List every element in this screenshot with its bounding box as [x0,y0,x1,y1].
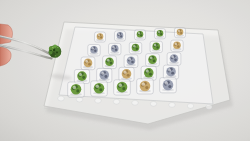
specimen-clump [148,55,157,64]
specimen-clump [132,44,140,52]
well-r4c4 [141,66,156,80]
specimen-clump [127,56,136,65]
specimen-clump [94,83,105,94]
specimen-clump [122,69,132,79]
specimen-clump [152,43,160,51]
well-r1c4 [155,29,166,39]
well-r5c4 [137,79,154,94]
rib-bump [113,99,119,104]
specimen-clump [117,32,124,39]
well-r4c1 [74,70,89,84]
specimen-clump [99,70,109,80]
well-r3c2 [103,56,117,69]
specimen-clump [144,68,154,78]
specimen-clump [84,59,93,68]
well-r4c3 [119,67,134,81]
well-r1c3 [135,30,146,40]
rib-bump [76,97,82,102]
specimen-clump [90,46,98,54]
specimen-clump [140,81,151,92]
finger-tip [0,24,12,44]
well-r2c2 [109,43,121,54]
rib-bump [206,105,212,110]
rib-bump [132,100,138,105]
rib-bump [169,102,175,107]
well-r4c5 [163,65,178,79]
well-r3c4 [146,54,160,67]
specimen-clump [173,42,181,50]
specimen-clump [117,82,128,93]
well-r1c2 [115,31,126,41]
well-r5c2 [91,81,108,96]
well-r3c5 [167,53,181,66]
specimen-clump [170,54,179,63]
well-r1c5 [175,28,186,38]
specimen-clump [71,84,82,95]
well-r1c1 [95,32,106,42]
well-r2c3 [129,42,141,53]
rib-bump [95,98,101,103]
specimen-clump [105,58,114,67]
well-r5c3 [114,80,131,95]
well-r5c1 [68,82,85,97]
specimen-clump [111,45,119,53]
well-r2c4 [150,41,162,52]
scene-photo [0,0,250,141]
well-r2c1 [88,45,100,56]
well-r2c5 [171,40,183,51]
specimen-clump [157,30,164,37]
specimen-clump [97,33,104,40]
well-r3c1 [81,57,95,70]
well-r4c2 [97,68,112,82]
specimen-clump [166,67,176,77]
rib-bump [150,101,156,106]
photo-stage [0,0,250,141]
specimen-clump [137,31,144,38]
specimen-clump [77,71,87,81]
specimen-clump [177,29,184,36]
rib-bump [187,104,193,109]
specimen-clump [163,80,174,91]
rib-bump [58,96,64,101]
well-r3c3 [124,55,138,68]
well-r5c5 [160,78,177,93]
